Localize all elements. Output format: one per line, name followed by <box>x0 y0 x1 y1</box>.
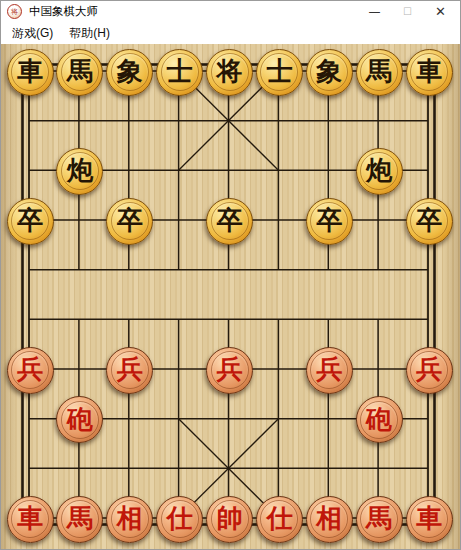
piece-black-c4-r3[interactable]: 卒 <box>206 198 253 245</box>
piece-red-c4-r6[interactable]: 兵 <box>206 347 253 394</box>
piece-black-c5-r0[interactable]: 士 <box>256 49 303 96</box>
piece-glyph: 兵 <box>217 356 243 382</box>
piece-glyph: 兵 <box>416 356 442 382</box>
app-icon: 将 <box>7 4 22 19</box>
piece-glyph: 兵 <box>17 356 43 382</box>
menu-bar: 游戏(G) 帮助(H) <box>1 22 460 44</box>
piece-glyph: 卒 <box>316 207 342 233</box>
app-window: 将 中国象棋大师 — ☐ ✕ 游戏(G) 帮助(H) 車馬象士将士象馬車炮炮卒卒… <box>0 0 461 550</box>
piece-glyph: 卒 <box>217 207 243 233</box>
piece-red-c1-r9[interactable]: 馬 <box>56 496 103 543</box>
piece-glyph: 砲 <box>366 406 392 432</box>
piece-glyph: 兵 <box>117 356 143 382</box>
piece-glyph: 兵 <box>316 356 342 382</box>
piece-black-c4-r0[interactable]: 将 <box>206 49 253 96</box>
piece-red-c0-r9[interactable]: 車 <box>7 496 54 543</box>
piece-black-c7-r2[interactable]: 炮 <box>356 148 403 195</box>
piece-glyph: 車 <box>17 58 43 84</box>
piece-red-c6-r6[interactable]: 兵 <box>306 347 353 394</box>
minimize-button[interactable]: — <box>358 1 391 22</box>
piece-glyph: 帥 <box>217 505 243 531</box>
close-button[interactable]: ✕ <box>424 1 457 22</box>
piece-black-c6-r3[interactable]: 卒 <box>306 198 353 245</box>
piece-black-c7-r0[interactable]: 馬 <box>356 49 403 96</box>
piece-red-c7-r7[interactable]: 砲 <box>356 396 403 443</box>
piece-glyph: 相 <box>117 505 143 531</box>
piece-glyph: 砲 <box>67 406 93 432</box>
piece-black-c6-r0[interactable]: 象 <box>306 49 353 96</box>
piece-glyph: 炮 <box>366 157 392 183</box>
piece-red-c4-r9[interactable]: 帥 <box>206 496 253 543</box>
piece-glyph: 相 <box>316 505 342 531</box>
piece-red-c2-r9[interactable]: 相 <box>106 496 153 543</box>
piece-black-c2-r3[interactable]: 卒 <box>106 198 153 245</box>
board-grid <box>1 44 460 549</box>
piece-glyph: 仕 <box>266 505 292 531</box>
piece-red-c5-r9[interactable]: 仕 <box>256 496 303 543</box>
piece-red-c3-r9[interactable]: 仕 <box>156 496 203 543</box>
piece-glyph: 将 <box>217 58 243 84</box>
piece-glyph: 象 <box>117 58 143 84</box>
piece-red-c6-r9[interactable]: 相 <box>306 496 353 543</box>
piece-red-c2-r6[interactable]: 兵 <box>106 347 153 394</box>
piece-glyph: 車 <box>416 505 442 531</box>
piece-glyph: 卒 <box>117 207 143 233</box>
piece-glyph: 卒 <box>416 207 442 233</box>
piece-black-c1-r2[interactable]: 炮 <box>56 148 103 195</box>
piece-black-c0-r3[interactable]: 卒 <box>7 198 54 245</box>
piece-red-c7-r9[interactable]: 馬 <box>356 496 403 543</box>
title-bar: 将 中国象棋大师 — ☐ ✕ <box>1 1 460 22</box>
maximize-button[interactable]: ☐ <box>391 1 424 22</box>
piece-black-c0-r0[interactable]: 車 <box>7 49 54 96</box>
piece-glyph: 車 <box>17 505 43 531</box>
piece-glyph: 馬 <box>67 505 93 531</box>
piece-glyph: 車 <box>416 58 442 84</box>
piece-glyph: 馬 <box>366 505 392 531</box>
piece-glyph: 卒 <box>17 207 43 233</box>
piece-red-c0-r6[interactable]: 兵 <box>7 347 54 394</box>
piece-red-c8-r6[interactable]: 兵 <box>406 347 453 394</box>
piece-glyph: 馬 <box>67 58 93 84</box>
window-controls: — ☐ ✕ <box>358 1 457 22</box>
piece-glyph: 炮 <box>67 157 93 183</box>
piece-black-c8-r3[interactable]: 卒 <box>406 198 453 245</box>
xiangqi-board[interactable]: 車馬象士将士象馬車炮炮卒卒卒卒卒兵兵兵兵兵砲砲車馬相仕帥仕相馬車 <box>1 44 460 549</box>
piece-glyph: 馬 <box>366 58 392 84</box>
window-title: 中国象棋大师 <box>29 4 98 19</box>
piece-black-c3-r0[interactable]: 士 <box>156 49 203 96</box>
piece-glyph: 象 <box>316 58 342 84</box>
piece-glyph: 仕 <box>167 505 193 531</box>
piece-glyph: 士 <box>167 58 193 84</box>
piece-red-c8-r9[interactable]: 車 <box>406 496 453 543</box>
menu-help[interactable]: 帮助(H) <box>62 23 117 44</box>
piece-black-c2-r0[interactable]: 象 <box>106 49 153 96</box>
piece-black-c1-r0[interactable]: 馬 <box>56 49 103 96</box>
piece-black-c8-r0[interactable]: 車 <box>406 49 453 96</box>
piece-glyph: 士 <box>266 58 292 84</box>
menu-game[interactable]: 游戏(G) <box>5 23 60 44</box>
